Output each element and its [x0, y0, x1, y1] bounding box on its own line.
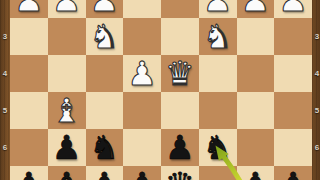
- square-d6[interactable]: ♟: [161, 129, 199, 166]
- square-g3[interactable]: [48, 18, 86, 55]
- square-h5[interactable]: [10, 92, 48, 129]
- black-bishop: ♝: [48, 166, 86, 180]
- white-queen: ♛: [161, 55, 199, 92]
- square-h7[interactable]: ♟: [10, 166, 48, 180]
- square-h6[interactable]: [10, 129, 48, 166]
- square-c5[interactable]: [199, 92, 237, 129]
- white-pawn: ♟: [237, 0, 275, 18]
- white-pawn: ♟: [86, 0, 124, 18]
- square-c3[interactable]: ♞: [199, 18, 237, 55]
- square-d2[interactable]: [161, 0, 199, 18]
- white-knight: ♞: [86, 18, 124, 55]
- black-pawn: ♟: [48, 129, 86, 166]
- square-e2[interactable]: [123, 0, 161, 18]
- black-pawn: ♟: [237, 166, 275, 180]
- square-c7[interactable]: [199, 166, 237, 180]
- square-e5[interactable]: [123, 92, 161, 129]
- square-a2[interactable]: ♟: [274, 0, 312, 18]
- square-f2[interactable]: ♟: [86, 0, 124, 18]
- square-c2[interactable]: ♟: [199, 0, 237, 18]
- left-rank-label-6: 6: [0, 143, 10, 152]
- square-a7[interactable]: ♟: [274, 166, 312, 180]
- black-queen: ♛: [161, 166, 199, 180]
- left-rank-label-5: 5: [0, 106, 10, 115]
- right-rank-label-4: 4: [312, 69, 320, 78]
- white-pawn: ♟: [48, 0, 86, 18]
- square-b2[interactable]: ♟: [237, 0, 275, 18]
- black-knight: ♞: [199, 129, 237, 166]
- black-pawn: ♟: [123, 166, 161, 180]
- square-e3[interactable]: [123, 18, 161, 55]
- black-pawn: ♟: [10, 166, 48, 180]
- square-b4[interactable]: [237, 55, 275, 92]
- white-knight: ♞: [199, 18, 237, 55]
- white-pawn: ♟: [274, 0, 312, 18]
- square-e4[interactable]: ♟: [123, 55, 161, 92]
- white-pawn: ♟: [10, 0, 48, 18]
- chess-video-frame: ♟♟♟♟♟♟♞♞♟♛♝♟♞♟♞♟♝♟♟♛♟♟ 33445566: [0, 0, 320, 180]
- chess-board: ♟♟♟♟♟♟♞♞♟♛♝♟♞♟♞♟♝♟♟♛♟♟: [10, 0, 312, 180]
- square-a4[interactable]: [274, 55, 312, 92]
- square-d4[interactable]: ♛: [161, 55, 199, 92]
- square-f6[interactable]: ♞: [86, 129, 124, 166]
- square-h4[interactable]: [10, 55, 48, 92]
- right-rank-label-3: 3: [312, 32, 320, 41]
- white-bishop: ♝: [48, 92, 86, 129]
- square-g7[interactable]: ♝: [48, 166, 86, 180]
- square-d7[interactable]: ♛: [161, 166, 199, 180]
- square-a5[interactable]: [274, 92, 312, 129]
- square-e7[interactable]: ♟: [123, 166, 161, 180]
- square-f4[interactable]: [86, 55, 124, 92]
- square-e6[interactable]: [123, 129, 161, 166]
- left-rank-label-3: 3: [0, 32, 10, 41]
- square-f7[interactable]: ♟: [86, 166, 124, 180]
- square-b7[interactable]: ♟: [237, 166, 275, 180]
- white-pawn: ♟: [199, 0, 237, 18]
- square-g4[interactable]: [48, 55, 86, 92]
- square-a3[interactable]: [274, 18, 312, 55]
- black-pawn: ♟: [161, 129, 199, 166]
- left-rank-label-4: 4: [0, 69, 10, 78]
- square-h2[interactable]: ♟: [10, 0, 48, 18]
- black-pawn: ♟: [274, 166, 312, 180]
- square-b3[interactable]: [237, 18, 275, 55]
- square-c6[interactable]: ♞: [199, 129, 237, 166]
- black-pawn: ♟: [86, 166, 124, 180]
- square-a6[interactable]: [274, 129, 312, 166]
- square-f5[interactable]: [86, 92, 124, 129]
- square-b5[interactable]: [237, 92, 275, 129]
- square-g5[interactable]: ♝: [48, 92, 86, 129]
- square-g6[interactable]: ♟: [48, 129, 86, 166]
- square-d5[interactable]: [161, 92, 199, 129]
- square-d3[interactable]: [161, 18, 199, 55]
- square-g2[interactable]: ♟: [48, 0, 86, 18]
- white-pawn: ♟: [123, 55, 161, 92]
- right-rank-label-5: 5: [312, 106, 320, 115]
- black-knight: ♞: [86, 129, 124, 166]
- square-f3[interactable]: ♞: [86, 18, 124, 55]
- square-c4[interactable]: [199, 55, 237, 92]
- square-b6[interactable]: [237, 129, 275, 166]
- square-h3[interactable]: [10, 18, 48, 55]
- right-rank-label-6: 6: [312, 143, 320, 152]
